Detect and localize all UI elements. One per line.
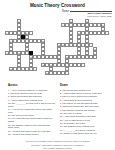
clue-number: 5	[102, 24, 103, 26]
clue-number: 12	[62, 44, 64, 46]
clue-number: 4	[62, 24, 63, 26]
clue-number: 13	[94, 48, 96, 50]
clue-number: 8	[78, 32, 79, 34]
down-clues: Down 1. The lowest male singing voice2. …	[60, 84, 111, 135]
clue-item: 3. Three or more notes played together	[60, 95, 111, 98]
clue-number: 9	[10, 40, 11, 42]
clue-number: 16	[30, 56, 32, 58]
across-clues: Across 4. A piece of music written by a …	[8, 84, 56, 136]
answer-cell[interactable]	[93, 55, 97, 59]
clue-number: 3	[86, 20, 87, 22]
clue-item: 4. A piece of music written by a compose…	[8, 89, 56, 92]
name-label: Name:	[62, 10, 70, 13]
clue-item: 5. A song sung by two performers	[60, 99, 111, 102]
clue-item: 12. The ________ tell how loud or soft t…	[8, 102, 56, 108]
clue-number: 6	[6, 32, 7, 34]
down-list: 1. The lowest male singing voice2. A sym…	[60, 89, 111, 135]
clue-item: 21. A symbol that means silence	[8, 133, 56, 136]
clue-number: 20	[10, 68, 12, 70]
clue-number: 10	[42, 40, 44, 42]
answer-cell[interactable]	[65, 71, 69, 75]
clue-number: 19	[50, 64, 52, 66]
answer-cell[interactable]	[33, 67, 37, 71]
answer-cell[interactable]	[105, 31, 109, 35]
clue-item: 17. A ________ is a group of singers	[60, 129, 111, 132]
source-activity-page: Kids Corner Activity Page	[87, 15, 112, 17]
clue-item: 9. The distance between two pitches	[60, 109, 111, 112]
clue-item: 7. The pattern of long and short sounds	[60, 102, 111, 105]
clue-number: 7	[26, 32, 27, 34]
clue-number: 11	[58, 44, 60, 46]
clue-item: 10. The tune of a song	[60, 112, 111, 115]
clue-number: 18	[42, 64, 44, 66]
clue-item: 18. The distance between two notes with …	[8, 124, 56, 130]
clue-number: 14	[6, 52, 8, 54]
clue-number: 2	[70, 20, 71, 22]
clue-item: 19. Sharps or flats shown after the clef	[60, 132, 111, 135]
clue-number: 21	[46, 72, 48, 74]
clue-item: 8. Notes played smoothly and connected	[60, 105, 111, 108]
clue-item: 20. A symbol that raises a note by a hal…	[8, 130, 56, 133]
clue-item: 13. A set of eight notes in a row	[60, 119, 111, 122]
copyright-line-2: Free Printable Crossword Puzzles	[0, 147, 115, 149]
clue-item: 9. A device that keeps a steady beat	[8, 99, 56, 102]
down-header: Down	[60, 84, 111, 88]
crossword-grid: 123456789101112131415161718192021	[5, 19, 109, 75]
clue-number: 1	[18, 20, 19, 22]
across-list: 4. A piece of music written by a compose…	[8, 89, 56, 136]
footer-note: Find more free printable music crossword…	[0, 140, 115, 142]
clue-item: 2. A symbol that lowers a note by a half…	[60, 92, 111, 95]
across-header: Across	[8, 84, 56, 88]
clue-number: 15	[18, 52, 20, 54]
clue-item: 6. The space between two bar lines	[8, 92, 56, 95]
clue-item: 16. The speed of the music	[8, 114, 56, 117]
clue-item: 16. The highest female singing voice	[60, 125, 111, 128]
clue-item: 15. To gradually get louder	[60, 122, 111, 125]
page-title: Music Theory Crossword	[0, 3, 115, 8]
clue-item: 8. Notes played short and detached	[8, 95, 56, 98]
source-magazine: Music/Games Magazine	[87, 12, 112, 14]
copyright-line: Copyright © Music/Games Magazine (music-…	[0, 144, 115, 146]
answer-cell[interactable]	[81, 63, 85, 67]
printable-crossword-page: { "game": "crossword", "page": { "title"…	[0, 0, 115, 150]
clue-item: 14. A curved line joining two notes of t…	[8, 108, 56, 114]
clue-item: 11. A sign at the beginning of the staff	[60, 115, 111, 118]
answer-cell[interactable]	[29, 31, 33, 35]
clue-number: 17	[66, 56, 68, 58]
clue-item: 1. The lowest male singing voice	[60, 89, 111, 92]
clue-item: 17. Five lines and four spaces where not…	[8, 117, 56, 123]
